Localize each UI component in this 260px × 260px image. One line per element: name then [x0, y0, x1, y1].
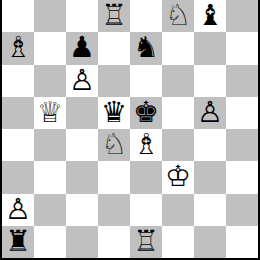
black-pawn-icon: ♟: [69, 32, 95, 63]
black-bishop-icon: ♝: [197, 0, 223, 31]
white-bishop-icon: ♗: [133, 129, 159, 160]
square-c8[interactable]: [66, 0, 98, 32]
square-h1[interactable]: [226, 226, 258, 258]
square-g3[interactable]: [194, 161, 226, 193]
square-e7[interactable]: ♞: [130, 32, 162, 64]
square-a8[interactable]: [2, 0, 34, 32]
square-a3[interactable]: [2, 161, 34, 193]
white-king-icon: ♔: [165, 161, 191, 192]
square-d2[interactable]: [98, 194, 130, 226]
square-g2[interactable]: [194, 194, 226, 226]
square-d3[interactable]: [98, 161, 130, 193]
square-b7[interactable]: [34, 32, 66, 64]
square-e3[interactable]: [130, 161, 162, 193]
square-b5[interactable]: ♕: [34, 97, 66, 129]
square-a4[interactable]: [2, 129, 34, 161]
square-g1[interactable]: [194, 226, 226, 258]
black-king-icon: ♚: [133, 97, 159, 128]
square-d6[interactable]: [98, 65, 130, 97]
square-h4[interactable]: [226, 129, 258, 161]
square-f3[interactable]: ♔: [162, 161, 194, 193]
square-b4[interactable]: [34, 129, 66, 161]
square-a7[interactable]: ♗: [2, 32, 34, 64]
square-g6[interactable]: [194, 65, 226, 97]
square-e5[interactable]: ♚: [130, 97, 162, 129]
white-bishop-icon: ♗: [5, 32, 31, 63]
white-knight-icon: ♘: [165, 0, 191, 31]
square-d1[interactable]: [98, 226, 130, 258]
square-f6[interactable]: [162, 65, 194, 97]
square-b6[interactable]: [34, 65, 66, 97]
square-g5[interactable]: ♙: [194, 97, 226, 129]
square-h7[interactable]: [226, 32, 258, 64]
square-e4[interactable]: ♗: [130, 129, 162, 161]
square-f8[interactable]: ♘: [162, 0, 194, 32]
square-c7[interactable]: ♟: [66, 32, 98, 64]
square-a1[interactable]: ♜: [2, 226, 34, 258]
square-e1[interactable]: ♖: [130, 226, 162, 258]
square-c3[interactable]: [66, 161, 98, 193]
square-a5[interactable]: [2, 97, 34, 129]
square-c2[interactable]: [66, 194, 98, 226]
square-d5[interactable]: ♛: [98, 97, 130, 129]
square-e8[interactable]: [130, 0, 162, 32]
black-queen-icon: ♛: [101, 97, 127, 128]
square-d4[interactable]: ♘: [98, 129, 130, 161]
square-a2[interactable]: ♙: [2, 194, 34, 226]
square-h6[interactable]: [226, 65, 258, 97]
square-f1[interactable]: [162, 226, 194, 258]
black-knight-icon: ♞: [133, 32, 159, 63]
white-rook-icon: ♖: [133, 226, 159, 257]
square-c5[interactable]: [66, 97, 98, 129]
square-g8[interactable]: ♝: [194, 0, 226, 32]
square-a6[interactable]: [2, 65, 34, 97]
white-rook-icon: ♖: [101, 0, 127, 31]
square-f7[interactable]: [162, 32, 194, 64]
white-pawn-icon: ♙: [69, 65, 95, 96]
square-g7[interactable]: [194, 32, 226, 64]
white-knight-icon: ♘: [101, 129, 127, 160]
square-c1[interactable]: [66, 226, 98, 258]
square-b1[interactable]: [34, 226, 66, 258]
square-b2[interactable]: [34, 194, 66, 226]
square-f5[interactable]: [162, 97, 194, 129]
white-pawn-icon: ♙: [5, 194, 31, 225]
square-h3[interactable]: [226, 161, 258, 193]
square-e6[interactable]: [130, 65, 162, 97]
square-h2[interactable]: [226, 194, 258, 226]
square-h5[interactable]: [226, 97, 258, 129]
square-c4[interactable]: [66, 129, 98, 161]
white-pawn-icon: ♙: [197, 97, 223, 128]
square-c6[interactable]: ♙: [66, 65, 98, 97]
square-h8[interactable]: [226, 0, 258, 32]
square-b8[interactable]: [34, 0, 66, 32]
white-queen-icon: ♕: [37, 97, 63, 128]
square-f2[interactable]: [162, 194, 194, 226]
square-e2[interactable]: [130, 194, 162, 226]
square-d8[interactable]: ♖: [98, 0, 130, 32]
chess-board: ♖♘♝♗♟♞♙♕♛♚♙♘♗♔♙♜♖: [0, 0, 260, 260]
black-rook-icon: ♜: [5, 226, 31, 257]
square-b3[interactable]: [34, 161, 66, 193]
square-g4[interactable]: [194, 129, 226, 161]
square-f4[interactable]: [162, 129, 194, 161]
square-d7[interactable]: [98, 32, 130, 64]
